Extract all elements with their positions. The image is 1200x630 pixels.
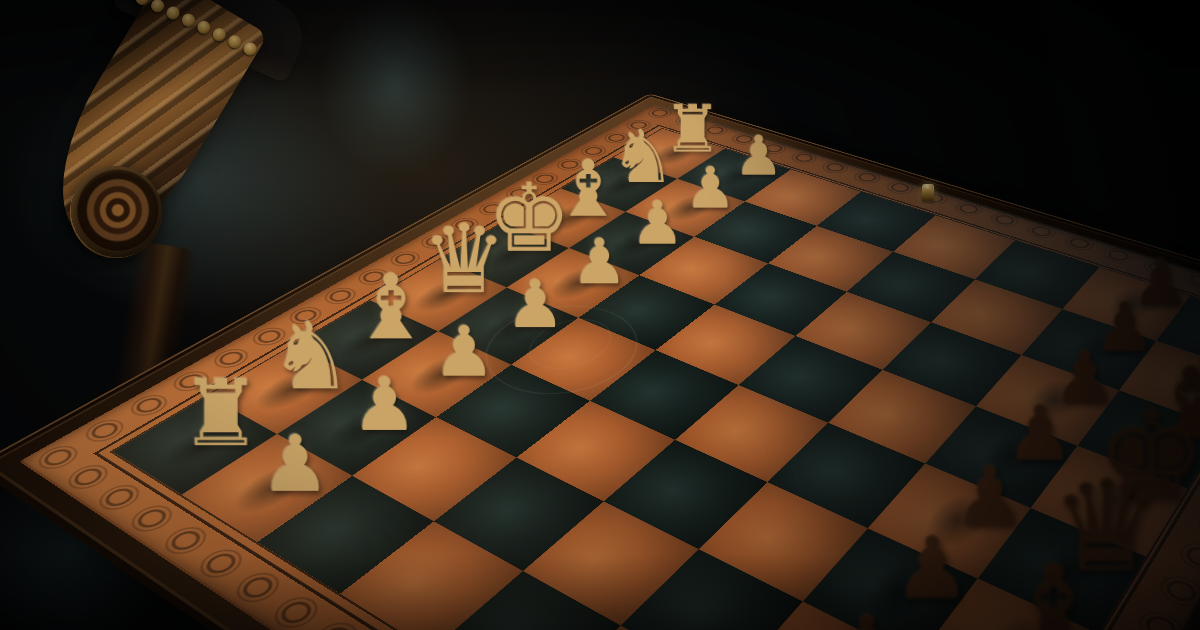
- piece-white-pawn[interactable]: ♟: [236, 427, 354, 502]
- scene: ♜♞♝♛♚♝♞♜♟♟♟♟♟♟♟♟♟♟♟♟♟♟♟♟♜♞♝♛♚♝♞♜: [0, 0, 1200, 630]
- piece-black-pawn[interactable]: ♟: [797, 606, 937, 630]
- nailhead-icon: [211, 25, 228, 42]
- brass-latch-pin: [922, 184, 934, 201]
- nailhead-icon: [195, 18, 212, 35]
- nailhead-icon: [149, 0, 166, 14]
- nailhead-icon: [180, 11, 197, 28]
- nailhead-icon: [242, 40, 259, 57]
- nailhead-icon: [165, 4, 182, 21]
- piece-black-bishop[interactable]: ♝: [986, 552, 1123, 630]
- nailhead-icon: [226, 33, 243, 50]
